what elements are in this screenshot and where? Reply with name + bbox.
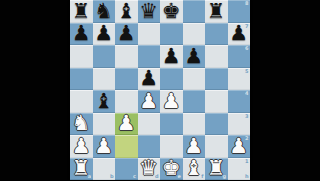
square-f2[interactable]: ♟: [183, 135, 206, 158]
black-king-e8[interactable]: ♚: [162, 0, 181, 21]
square-h5[interactable]: 5: [228, 68, 251, 91]
white-pawn-a2[interactable]: ♟: [72, 135, 91, 156]
black-rook-g8[interactable]: ♜: [207, 0, 226, 21]
square-f4[interactable]: [183, 90, 206, 113]
square-a5[interactable]: [70, 68, 93, 91]
rank-label-4: 4: [245, 91, 248, 96]
white-pawn-d4[interactable]: ♟: [139, 90, 158, 111]
square-d8[interactable]: ♛: [138, 0, 161, 23]
square-d1[interactable]: ♛d: [138, 158, 161, 181]
white-knight-a3[interactable]: ♞: [72, 113, 91, 134]
square-b1[interactable]: b: [93, 158, 116, 181]
rank-label-3: 3: [245, 114, 248, 119]
square-f3[interactable]: [183, 113, 206, 136]
square-b7[interactable]: ♟: [93, 23, 116, 46]
black-queen-d8[interactable]: ♛: [139, 0, 158, 21]
square-d7[interactable]: [138, 23, 161, 46]
file-label-c: c: [133, 174, 136, 179]
white-king-e1[interactable]: ♚: [162, 158, 181, 179]
square-c7[interactable]: ♟: [115, 23, 138, 46]
square-h6[interactable]: 6: [228, 45, 251, 68]
white-pawn-f2[interactable]: ♟: [184, 135, 203, 156]
rank-label-8: 8: [245, 1, 248, 6]
square-c4[interactable]: [115, 90, 138, 113]
letterbox-left: [0, 0, 70, 180]
square-e6[interactable]: ♟: [160, 45, 183, 68]
square-f6[interactable]: ♟: [183, 45, 206, 68]
square-h8[interactable]: 8: [228, 0, 251, 23]
square-e8[interactable]: ♚: [160, 0, 183, 23]
square-d5[interactable]: ♟: [138, 68, 161, 91]
square-g2[interactable]: [205, 135, 228, 158]
square-e5[interactable]: [160, 68, 183, 91]
black-pawn-a7[interactable]: ♟: [72, 23, 91, 44]
square-g6[interactable]: [205, 45, 228, 68]
square-b4[interactable]: ♝: [93, 90, 116, 113]
white-pawn-e4[interactable]: ♟: [162, 90, 181, 111]
square-c6[interactable]: [115, 45, 138, 68]
square-g7[interactable]: [205, 23, 228, 46]
square-b3[interactable]: [93, 113, 116, 136]
square-e7[interactable]: [160, 23, 183, 46]
letterbox-right: [250, 0, 320, 180]
square-e1[interactable]: ♚e: [160, 158, 183, 181]
square-d3[interactable]: [138, 113, 161, 136]
black-pawn-c7[interactable]: ♟: [117, 23, 136, 44]
rank-label-1: 1: [245, 159, 248, 164]
rank-label-5: 5: [245, 69, 248, 74]
square-f8[interactable]: [183, 0, 206, 23]
square-c2[interactable]: [115, 135, 138, 158]
square-c5[interactable]: [115, 68, 138, 91]
video-frame: ♜♞♝♛♚♜8♟♟♟♟7♟♟6♟5♝♟♟4♞♟3♟♟♟♟2♜abc♛d♚e♝f♜…: [0, 0, 320, 180]
square-g1[interactable]: ♜g: [205, 158, 228, 181]
white-queen-d1[interactable]: ♛: [139, 158, 158, 179]
square-b2[interactable]: ♟: [93, 135, 116, 158]
file-label-h: h: [245, 174, 249, 179]
square-c1[interactable]: c: [115, 158, 138, 181]
square-h4[interactable]: 4: [228, 90, 251, 113]
square-c8[interactable]: ♝: [115, 0, 138, 23]
black-rook-a8[interactable]: ♜: [72, 0, 91, 21]
white-bishop-f1[interactable]: ♝: [184, 158, 203, 179]
square-b6[interactable]: [93, 45, 116, 68]
square-c3[interactable]: ♟: [115, 113, 138, 136]
black-knight-b8[interactable]: ♞: [94, 0, 113, 21]
square-f7[interactable]: [183, 23, 206, 46]
square-e2[interactable]: [160, 135, 183, 158]
square-g8[interactable]: ♜: [205, 0, 228, 23]
rank-label-6: 6: [245, 46, 248, 51]
square-d6[interactable]: [138, 45, 161, 68]
square-h3[interactable]: 3: [228, 113, 251, 136]
square-a4[interactable]: [70, 90, 93, 113]
square-f5[interactable]: [183, 68, 206, 91]
white-rook-g1[interactable]: ♜: [207, 158, 226, 179]
square-a6[interactable]: [70, 45, 93, 68]
square-a7[interactable]: ♟: [70, 23, 93, 46]
square-a8[interactable]: ♜: [70, 0, 93, 23]
white-pawn-b2[interactable]: ♟: [94, 135, 113, 156]
black-pawn-f6[interactable]: ♟: [184, 45, 203, 66]
square-g3[interactable]: [205, 113, 228, 136]
square-a3[interactable]: ♞: [70, 113, 93, 136]
file-label-b: b: [110, 174, 114, 179]
square-f1[interactable]: ♝f: [183, 158, 206, 181]
black-bishop-b4[interactable]: ♝: [94, 90, 113, 111]
square-h2[interactable]: ♟2: [228, 135, 251, 158]
white-rook-a1[interactable]: ♜: [72, 158, 91, 179]
square-a1[interactable]: ♜a: [70, 158, 93, 181]
square-h1[interactable]: 1h: [228, 158, 251, 181]
square-b5[interactable]: [93, 68, 116, 91]
square-e4[interactable]: ♟: [160, 90, 183, 113]
black-pawn-h7[interactable]: ♟: [229, 23, 248, 44]
white-pawn-c3[interactable]: ♟: [117, 113, 136, 134]
chess-board: ♜♞♝♛♚♜8♟♟♟♟7♟♟6♟5♝♟♟4♞♟3♟♟♟♟2♜abc♛d♚e♝f♜…: [70, 0, 250, 180]
square-e3[interactable]: [160, 113, 183, 136]
square-a2[interactable]: ♟: [70, 135, 93, 158]
white-pawn-h2[interactable]: ♟: [229, 135, 248, 156]
square-d4[interactable]: ♟: [138, 90, 161, 113]
square-b8[interactable]: ♞: [93, 0, 116, 23]
square-g5[interactable]: [205, 68, 228, 91]
black-pawn-b7[interactable]: ♟: [94, 23, 113, 44]
black-pawn-d5[interactable]: ♟: [139, 68, 158, 89]
square-g4[interactable]: [205, 90, 228, 113]
square-h7[interactable]: ♟7: [228, 23, 251, 46]
black-bishop-c8[interactable]: ♝: [117, 0, 136, 21]
square-d2[interactable]: [138, 135, 161, 158]
black-pawn-e6[interactable]: ♟: [162, 45, 181, 66]
